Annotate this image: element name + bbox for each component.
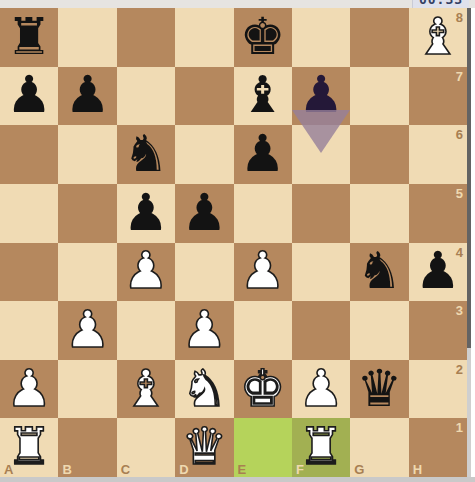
piece-black-bishop[interactable]: ♝	[240, 69, 286, 120]
square-f7[interactable]: ♟	[292, 67, 350, 126]
square-d7[interactable]	[175, 67, 233, 126]
file-label-h: H	[413, 463, 422, 476]
window-top-bar	[0, 0, 475, 8]
piece-white-pawn[interactable]: ♟	[181, 304, 227, 355]
rank-label-3: 3	[456, 304, 463, 317]
square-f4[interactable]	[292, 243, 350, 302]
square-c6[interactable]: ♞	[117, 125, 175, 184]
square-g3[interactable]	[350, 301, 408, 360]
rank-label-2: 2	[456, 363, 463, 376]
vertical-scrollbar[interactable]	[467, 8, 475, 477]
square-b4[interactable]	[58, 243, 116, 302]
square-b1[interactable]: B	[58, 418, 116, 477]
square-h4[interactable]: 4♟	[409, 243, 467, 302]
square-b8[interactable]	[58, 8, 116, 67]
piece-white-pawn[interactable]: ♟	[298, 363, 344, 414]
piece-black-pawn[interactable]: ♟	[298, 69, 344, 120]
square-c3[interactable]	[117, 301, 175, 360]
piece-white-pawn[interactable]: ♟	[65, 304, 111, 355]
square-e8[interactable]: ♚	[234, 8, 292, 67]
square-f8[interactable]	[292, 8, 350, 67]
piece-black-pawn[interactable]: ♟	[415, 245, 461, 296]
rank-label-1: 1	[456, 421, 463, 434]
square-h2[interactable]: 2	[409, 360, 467, 419]
square-a7[interactable]: ♟	[0, 67, 58, 126]
square-d1[interactable]: D♛	[175, 418, 233, 477]
square-f6[interactable]	[292, 125, 350, 184]
square-a3[interactable]	[0, 301, 58, 360]
window-bottom-bar	[0, 477, 475, 482]
square-g2[interactable]: ♛	[350, 360, 408, 419]
square-e5[interactable]	[234, 184, 292, 243]
square-f1[interactable]: F♜	[292, 418, 350, 477]
square-f3[interactable]	[292, 301, 350, 360]
piece-white-king[interactable]: ♚	[240, 363, 286, 414]
square-f5[interactable]	[292, 184, 350, 243]
piece-black-pawn[interactable]: ♟	[6, 69, 52, 120]
square-e7[interactable]: ♝	[234, 67, 292, 126]
square-c5[interactable]: ♟	[117, 184, 175, 243]
chess-app-window: 00:33 ♜♚8♝♟♟♝♟7♞♟6♟♟5♟♟♞4♟♟♟3♟♝♞♚♟♛2A♜BC…	[0, 0, 475, 482]
piece-white-pawn[interactable]: ♟	[240, 245, 286, 296]
square-h3[interactable]: 3	[409, 301, 467, 360]
square-g5[interactable]	[350, 184, 408, 243]
piece-black-pawn[interactable]: ♟	[181, 187, 227, 238]
square-a6[interactable]	[0, 125, 58, 184]
chess-board[interactable]: ♜♚8♝♟♟♝♟7♞♟6♟♟5♟♟♞4♟♟♟3♟♝♞♚♟♛2A♜BCD♛EF♜G…	[0, 8, 467, 477]
square-g7[interactable]	[350, 67, 408, 126]
square-c4[interactable]: ♟	[117, 243, 175, 302]
square-h7[interactable]: 7	[409, 67, 467, 126]
square-e3[interactable]	[234, 301, 292, 360]
piece-black-king[interactable]: ♚	[240, 11, 286, 62]
square-d4[interactable]	[175, 243, 233, 302]
file-label-e: E	[238, 463, 247, 476]
file-label-g: G	[354, 463, 364, 476]
square-d8[interactable]	[175, 8, 233, 67]
square-g1[interactable]: G	[350, 418, 408, 477]
square-h8[interactable]: 8♝	[409, 8, 467, 67]
square-c8[interactable]	[117, 8, 175, 67]
square-a1[interactable]: A♜	[0, 418, 58, 477]
piece-black-pawn[interactable]: ♟	[65, 69, 111, 120]
square-e2[interactable]: ♚	[234, 360, 292, 419]
piece-black-knight[interactable]: ♞	[123, 128, 169, 179]
square-a5[interactable]	[0, 184, 58, 243]
square-a2[interactable]: ♟	[0, 360, 58, 419]
square-g6[interactable]	[350, 125, 408, 184]
square-d5[interactable]: ♟	[175, 184, 233, 243]
file-label-b: B	[62, 463, 71, 476]
file-label-c: C	[121, 463, 130, 476]
square-b6[interactable]	[58, 125, 116, 184]
square-d2[interactable]: ♞	[175, 360, 233, 419]
square-d6[interactable]	[175, 125, 233, 184]
piece-black-pawn[interactable]: ♟	[240, 128, 286, 179]
square-f2[interactable]: ♟	[292, 360, 350, 419]
square-c2[interactable]: ♝	[117, 360, 175, 419]
square-a8[interactable]: ♜	[0, 8, 58, 67]
rank-label-7: 7	[456, 70, 463, 83]
square-d3[interactable]: ♟	[175, 301, 233, 360]
rank-label-5: 5	[456, 187, 463, 200]
piece-white-knight[interactable]: ♞	[181, 363, 227, 414]
square-e6[interactable]: ♟	[234, 125, 292, 184]
piece-white-pawn[interactable]: ♟	[6, 363, 52, 414]
piece-white-rook[interactable]: ♜	[298, 421, 344, 472]
square-h5[interactable]: 5	[409, 184, 467, 243]
square-h1[interactable]: H1	[409, 418, 467, 477]
square-g4[interactable]: ♞	[350, 243, 408, 302]
piece-white-rook[interactable]: ♜	[6, 421, 52, 472]
rank-label-6: 6	[456, 128, 463, 141]
square-c1[interactable]: C	[117, 418, 175, 477]
clock-time: 00:33	[413, 0, 469, 6]
square-c7[interactable]	[117, 67, 175, 126]
piece-white-bishop[interactable]: ♝	[123, 363, 169, 414]
piece-black-queen[interactable]: ♛	[357, 363, 403, 414]
square-b2[interactable]	[58, 360, 116, 419]
piece-white-pawn[interactable]: ♟	[123, 245, 169, 296]
square-e4[interactable]: ♟	[234, 243, 292, 302]
piece-white-bishop[interactable]: ♝	[415, 11, 461, 62]
piece-black-rook[interactable]: ♜	[6, 11, 52, 62]
scrollbar-thumb[interactable]	[467, 8, 471, 348]
piece-white-queen[interactable]: ♛	[181, 421, 227, 472]
square-b7[interactable]: ♟	[58, 67, 116, 126]
square-e1[interactable]: E	[234, 418, 292, 477]
square-b3[interactable]: ♟	[58, 301, 116, 360]
square-g8[interactable]	[350, 8, 408, 67]
piece-black-knight[interactable]: ♞	[357, 245, 403, 296]
piece-black-pawn[interactable]: ♟	[123, 187, 169, 238]
scrollbar-track[interactable]	[467, 348, 471, 477]
square-b5[interactable]	[58, 184, 116, 243]
square-a4[interactable]	[0, 243, 58, 302]
square-h6[interactable]: 6	[409, 125, 467, 184]
